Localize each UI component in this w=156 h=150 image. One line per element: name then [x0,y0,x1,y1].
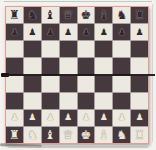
black-bishop[interactable]: ♝ [45,9,56,21]
square-b2[interactable]: ♟ [24,110,41,126]
black-pawn[interactable]: ♟ [82,28,90,37]
board-shadow [8,146,148,148]
square-b6[interactable] [24,41,41,57]
square-d5[interactable] [60,58,77,74]
square-b7[interactable]: ♟ [24,24,41,40]
square-d8[interactable]: ♛ [60,7,77,23]
black-pawn[interactable]: ♟ [28,28,36,37]
square-f6[interactable] [95,41,112,57]
square-e4[interactable] [78,76,95,92]
square-d4[interactable] [60,76,77,92]
square-e1[interactable]: ♚ [78,127,95,143]
square-f3[interactable] [95,93,112,109]
square-f1[interactable]: ♝ [95,127,112,143]
square-d7[interactable]: ♟ [60,24,77,40]
square-a1[interactable]: ♜ [6,127,23,143]
square-h4[interactable] [131,76,148,92]
square-f8[interactable]: ♝ [95,7,112,23]
white-pawn[interactable]: ♟ [10,113,18,122]
square-h2[interactable]: ♟ [131,110,148,126]
square-g3[interactable] [113,93,130,109]
black-pawn[interactable]: ♟ [10,28,18,37]
square-d3[interactable] [60,93,77,109]
board-back-edge [4,1,152,2]
square-g6[interactable] [113,41,130,57]
square-f7[interactable]: ♟ [95,24,112,40]
square-f5[interactable] [95,58,112,74]
square-c4[interactable] [42,76,59,92]
square-a5[interactable] [6,58,23,74]
square-g2[interactable]: ♟ [113,110,130,126]
photo-background: ♜♞♝♛♚♝♞♜♟♟♟♟♟♟♟♟♟♟♟♟♟♟♟♟♜♞♝♛♚♝♞♜ [0,0,156,150]
white-pawn[interactable]: ♟ [64,113,72,122]
square-h5[interactable] [131,58,148,74]
black-pawn[interactable]: ♟ [64,28,72,37]
square-e3[interactable] [78,93,95,109]
square-b3[interactable] [24,93,41,109]
chess-board: ♜♞♝♛♚♝♞♜♟♟♟♟♟♟♟♟♟♟♟♟♟♟♟♟♜♞♝♛♚♝♞♜ [5,6,149,144]
square-b4[interactable] [24,76,41,92]
square-e6[interactable] [78,41,95,57]
black-king[interactable]: ♚ [81,9,92,21]
square-g1[interactable]: ♞ [113,127,130,143]
square-g4[interactable] [113,76,130,92]
square-h1[interactable]: ♜ [131,127,148,143]
white-pawn[interactable]: ♟ [136,113,144,122]
white-pawn[interactable]: ♟ [46,113,54,122]
black-pawn[interactable]: ♟ [100,28,108,37]
white-bishop[interactable]: ♝ [98,129,109,141]
square-f2[interactable]: ♟ [95,110,112,126]
white-pawn[interactable]: ♟ [118,113,126,122]
square-e5[interactable] [78,58,95,74]
square-c7[interactable]: ♟ [42,24,59,40]
square-e2[interactable]: ♟ [78,110,95,126]
square-b1[interactable]: ♞ [24,127,41,143]
square-b5[interactable] [24,58,41,74]
black-queen[interactable]: ♛ [63,9,74,21]
board-fold-line [1,74,155,76]
white-pawn[interactable]: ♟ [82,113,90,122]
black-rook[interactable]: ♜ [9,9,20,21]
white-knight[interactable]: ♞ [116,129,127,141]
square-b8[interactable]: ♞ [24,7,41,23]
white-knight[interactable]: ♞ [27,129,38,141]
black-pawn[interactable]: ♟ [118,28,126,37]
black-knight[interactable]: ♞ [27,9,38,21]
square-g5[interactable] [113,58,130,74]
square-a8[interactable]: ♜ [6,7,23,23]
black-rook[interactable]: ♜ [134,9,145,21]
black-knight[interactable]: ♞ [116,9,127,21]
white-pawn[interactable]: ♟ [100,113,108,122]
square-d1[interactable]: ♛ [60,127,77,143]
square-f4[interactable] [95,76,112,92]
square-c2[interactable]: ♟ [42,110,59,126]
white-rook[interactable]: ♜ [134,129,145,141]
square-c3[interactable] [42,93,59,109]
white-king[interactable]: ♚ [81,129,92,141]
square-d2[interactable]: ♟ [60,110,77,126]
white-bishop[interactable]: ♝ [45,129,56,141]
square-c5[interactable] [42,58,59,74]
square-c8[interactable]: ♝ [42,7,59,23]
square-h8[interactable]: ♜ [131,7,148,23]
square-a6[interactable] [6,41,23,57]
white-rook[interactable]: ♜ [9,129,20,141]
square-h6[interactable] [131,41,148,57]
square-g7[interactable]: ♟ [113,24,130,40]
black-pawn[interactable]: ♟ [136,28,144,37]
white-queen[interactable]: ♛ [63,129,74,141]
square-g8[interactable]: ♞ [113,7,130,23]
square-d6[interactable] [60,41,77,57]
board-right-edge [152,4,153,142]
square-c1[interactable]: ♝ [42,127,59,143]
square-a7[interactable]: ♟ [6,24,23,40]
black-bishop[interactable]: ♝ [98,9,109,21]
square-e7[interactable]: ♟ [78,24,95,40]
square-a4[interactable] [6,76,23,92]
square-h7[interactable]: ♟ [131,24,148,40]
square-c6[interactable] [42,41,59,57]
square-h3[interactable] [131,93,148,109]
white-pawn[interactable]: ♟ [28,113,36,122]
square-e8[interactable]: ♚ [78,7,95,23]
square-a3[interactable] [6,93,23,109]
square-a2[interactable]: ♟ [6,110,23,126]
black-pawn[interactable]: ♟ [46,28,54,37]
